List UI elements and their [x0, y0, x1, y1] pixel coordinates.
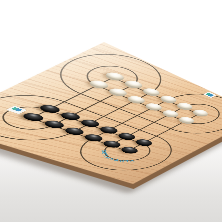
sticker-logo	[206, 93, 214, 97]
photo-scene: SURAKARTA	[0, 0, 222, 222]
sticker-logo	[11, 107, 23, 112]
